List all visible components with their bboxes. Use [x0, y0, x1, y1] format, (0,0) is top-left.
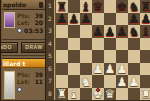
rank-label: 4	[46, 38, 54, 51]
square[interactable]	[128, 50, 140, 63]
lst-row: Lst: 20	[17, 19, 43, 26]
square[interactable]	[140, 75, 150, 88]
square[interactable]: ♞	[128, 0, 140, 13]
player-bottom-header: illard t	[2, 58, 45, 68]
square[interactable]	[104, 13, 116, 26]
square[interactable]	[92, 50, 104, 63]
points-value: 39	[35, 12, 43, 19]
divider	[2, 39, 45, 41]
square[interactable]	[68, 25, 80, 38]
square[interactable]	[140, 38, 150, 51]
square[interactable]: ♟	[80, 13, 92, 26]
square[interactable]	[68, 75, 80, 88]
square[interactable]: ♜	[56, 0, 68, 13]
square[interactable]	[116, 50, 128, 63]
square[interactable]: ♟	[104, 25, 116, 38]
lst-label: Lst:	[17, 19, 30, 26]
square[interactable]	[80, 50, 92, 63]
check-marker-icon	[96, 88, 100, 92]
rank-label: 6	[46, 63, 54, 76]
square[interactable]	[92, 13, 104, 26]
player-top-stats: Pts: 39 Lst: 20 03:53	[17, 12, 43, 34]
points-label: Pts:	[17, 12, 30, 19]
white-rook[interactable]: ♜	[56, 88, 68, 100]
player-top-panel: Pts: 39 Lst: 20 03:53	[2, 11, 45, 38]
lst-row: Lst: 11	[17, 78, 43, 85]
square[interactable]	[56, 25, 68, 38]
square[interactable]	[104, 0, 116, 13]
clock-row	[17, 85, 43, 93]
square[interactable]: ♟	[128, 13, 140, 26]
square[interactable]: ♝	[140, 25, 150, 38]
square[interactable]	[68, 0, 80, 13]
lst-value: 20	[35, 19, 43, 26]
square[interactable]	[80, 63, 92, 76]
square[interactable]	[128, 38, 140, 51]
undo-button[interactable]: UNDO	[0, 42, 18, 53]
square[interactable]: ♟	[56, 13, 68, 26]
square[interactable]	[128, 63, 140, 76]
points-label: Pts:	[17, 71, 30, 78]
chess-game-window: opoldo Pts: 39 Lst: 20 03:53	[0, 0, 150, 100]
player-top-avatar	[4, 12, 15, 28]
square[interactable]	[128, 88, 140, 101]
square[interactable]: ♚	[92, 88, 104, 101]
square[interactable]	[56, 63, 68, 76]
square[interactable]	[140, 63, 150, 76]
square[interactable]	[104, 50, 116, 63]
square[interactable]	[104, 38, 116, 51]
square[interactable]: ♝	[68, 88, 80, 101]
square[interactable]	[80, 38, 92, 51]
square[interactable]: ♟	[92, 63, 104, 76]
square[interactable]	[92, 75, 104, 88]
square[interactable]	[56, 75, 68, 88]
white-queen[interactable]: ♛	[104, 88, 116, 100]
square[interactable]	[80, 25, 92, 38]
square[interactable]: ♝	[80, 0, 92, 13]
square[interactable]	[104, 75, 116, 88]
square[interactable]	[140, 50, 150, 63]
rank-label: 8	[46, 88, 54, 101]
square[interactable]	[116, 38, 128, 51]
draw-button[interactable]: DRAW	[21, 42, 47, 53]
square[interactable]: ♟	[128, 75, 140, 88]
square[interactable]: ♟	[104, 63, 116, 76]
rank-strip: 12345678	[45, 0, 55, 100]
square[interactable]	[68, 38, 80, 51]
square[interactable]: ♟	[68, 13, 80, 26]
rank-label: 3	[46, 25, 54, 38]
sidebar: opoldo Pts: 39 Lst: 20 03:53	[2, 0, 45, 100]
square[interactable]	[68, 63, 80, 76]
rank-label: 2	[46, 13, 54, 26]
square[interactable]	[80, 88, 92, 101]
square[interactable]: ♞	[80, 75, 92, 88]
chess-board: ♜♝♛♚♞♜♟♟♟♟♟♟♟♟♞♝♟♟♟♞♟♟♜♝♚♛♜	[56, 0, 150, 100]
square[interactable]: ♚	[116, 0, 128, 13]
badge-icon	[39, 2, 43, 8]
square[interactable]: ♜	[140, 88, 150, 101]
lst-label: Lst:	[17, 78, 30, 85]
player-bottom-avatar	[4, 71, 15, 99]
square[interactable]: ♟	[140, 13, 150, 26]
clock-icon	[17, 87, 22, 92]
square[interactable]	[56, 38, 68, 51]
points-row: Pts: 39	[17, 71, 43, 78]
white-rook[interactable]: ♜	[140, 88, 150, 100]
square[interactable]: ♟	[116, 25, 128, 38]
points-row: Pts: 39	[17, 12, 43, 19]
square[interactable]: ♟	[116, 75, 128, 88]
player-bottom-panel: Pts: 39 Lst: 11	[2, 70, 45, 100]
square[interactable]	[92, 38, 104, 51]
square[interactable]: ♟	[116, 63, 128, 76]
clock-row: 03:53	[17, 26, 43, 34]
player-top-name: opoldo	[3, 1, 26, 8]
rank-label: 1	[46, 0, 54, 13]
player-top-header: opoldo	[2, 0, 45, 10]
clock-icon	[17, 28, 22, 33]
square[interactable]	[116, 88, 128, 101]
square[interactable]: ♟	[92, 25, 104, 38]
square[interactable]	[68, 50, 80, 63]
square[interactable]: ♞	[128, 25, 140, 38]
rank-label: 5	[46, 50, 54, 63]
white-bishop[interactable]: ♝	[68, 88, 80, 100]
player-bottom-name: illard t	[3, 60, 25, 67]
square[interactable]	[116, 13, 128, 26]
action-buttons: UNDO DRAW	[0, 42, 47, 53]
divider	[2, 55, 45, 57]
rank-label: 7	[46, 75, 54, 88]
square[interactable]	[56, 50, 68, 63]
player-bottom-stats: Pts: 39 Lst: 11	[17, 71, 43, 93]
square[interactable]: ♛	[92, 0, 104, 13]
lst-value: 11	[35, 78, 43, 85]
clock-value: 03:53	[24, 27, 43, 34]
square[interactable]: ♜	[56, 88, 68, 101]
points-value: 39	[35, 71, 43, 78]
square[interactable]: ♛	[104, 88, 116, 101]
square[interactable]: ♜	[140, 0, 150, 13]
